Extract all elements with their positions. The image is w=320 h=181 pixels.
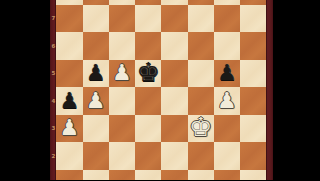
square-h3[interactable]: [240, 115, 266, 143]
square-f3[interactable]: ♚: [188, 115, 214, 143]
square-c7[interactable]: [109, 5, 135, 33]
square-b3[interactable]: [83, 115, 109, 143]
square-f2[interactable]: [188, 142, 214, 170]
square-d7[interactable]: [135, 5, 161, 33]
piece-white-pawn-b4[interactable]: ♟: [86, 90, 106, 112]
left-black-bar: [0, 0, 50, 180]
square-g5[interactable]: ♟: [214, 60, 240, 88]
rank-label-2: 2: [51, 153, 54, 159]
square-a4[interactable]: ♟: [56, 87, 82, 115]
square-g4[interactable]: ♟: [214, 87, 240, 115]
square-e1[interactable]: [161, 170, 187, 181]
square-b4[interactable]: ♟: [83, 87, 109, 115]
square-b2[interactable]: [83, 142, 109, 170]
square-e3[interactable]: [161, 115, 187, 143]
square-h2[interactable]: [240, 142, 266, 170]
video-frame: ♟♟♚♟♟♟♟♟♚ 87654321: [0, 0, 320, 180]
piece-black-pawn-g5[interactable]: ♟: [217, 62, 237, 84]
square-f4[interactable]: [188, 87, 214, 115]
square-b6[interactable]: [83, 32, 109, 60]
square-e2[interactable]: [161, 142, 187, 170]
square-b1[interactable]: [83, 170, 109, 181]
square-d2[interactable]: [135, 142, 161, 170]
rank-label-5: 5: [51, 71, 54, 77]
square-a6[interactable]: [56, 32, 82, 60]
square-a7[interactable]: [56, 5, 82, 33]
square-c4[interactable]: [109, 87, 135, 115]
square-h5[interactable]: [240, 60, 266, 88]
rank-label-3: 3: [51, 126, 54, 132]
square-e4[interactable]: [161, 87, 187, 115]
square-h1[interactable]: [240, 170, 266, 181]
square-a2[interactable]: [56, 142, 82, 170]
piece-white-king-f3[interactable]: ♚: [189, 114, 212, 140]
piece-black-pawn-b5[interactable]: ♟: [86, 62, 106, 84]
square-d4[interactable]: [135, 87, 161, 115]
right-black-bar: [273, 0, 320, 180]
square-d6[interactable]: [135, 32, 161, 60]
square-g2[interactable]: [214, 142, 240, 170]
chess-board: ♟♟♚♟♟♟♟♟♚: [56, 0, 266, 180]
rank-label-6: 6: [51, 43, 54, 49]
square-f5[interactable]: [188, 60, 214, 88]
square-f7[interactable]: [188, 5, 214, 33]
square-h7[interactable]: [240, 5, 266, 33]
square-g1[interactable]: [214, 170, 240, 181]
square-e5[interactable]: [161, 60, 187, 88]
piece-black-king-d5[interactable]: ♚: [136, 59, 159, 85]
rank-label-4: 4: [51, 98, 54, 104]
square-g3[interactable]: [214, 115, 240, 143]
square-b5[interactable]: ♟: [83, 60, 109, 88]
square-d1[interactable]: [135, 170, 161, 181]
square-b7[interactable]: [83, 5, 109, 33]
piece-white-pawn-g4[interactable]: ♟: [217, 90, 237, 112]
piece-white-pawn-a3[interactable]: ♟: [60, 117, 80, 139]
square-g6[interactable]: [214, 32, 240, 60]
square-d5[interactable]: ♚: [135, 60, 161, 88]
piece-black-pawn-a4[interactable]: ♟: [60, 90, 80, 112]
rank-label-7: 7: [51, 16, 54, 22]
square-c3[interactable]: [109, 115, 135, 143]
square-a1[interactable]: [56, 170, 82, 181]
square-c5[interactable]: ♟: [109, 60, 135, 88]
piece-white-pawn-c5[interactable]: ♟: [112, 62, 132, 84]
square-f6[interactable]: [188, 32, 214, 60]
square-c1[interactable]: [109, 170, 135, 181]
square-c2[interactable]: [109, 142, 135, 170]
square-f1[interactable]: [188, 170, 214, 181]
square-e7[interactable]: [161, 5, 187, 33]
square-d3[interactable]: [135, 115, 161, 143]
square-e6[interactable]: [161, 32, 187, 60]
square-c6[interactable]: [109, 32, 135, 60]
square-h6[interactable]: [240, 32, 266, 60]
square-a3[interactable]: ♟: [56, 115, 82, 143]
square-a5[interactable]: [56, 60, 82, 88]
chess-board-frame: ♟♟♚♟♟♟♟♟♚ 87654321: [50, 0, 273, 180]
square-g7[interactable]: [214, 5, 240, 33]
square-h4[interactable]: [240, 87, 266, 115]
